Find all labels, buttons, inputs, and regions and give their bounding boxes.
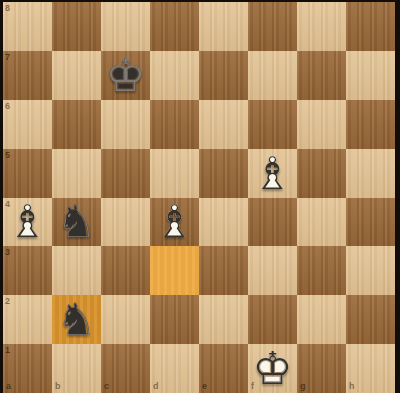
- square-h8[interactable]: [346, 2, 395, 51]
- file-label-c: c: [104, 382, 109, 391]
- square-h1[interactable]: h: [346, 344, 395, 393]
- square-h3[interactable]: [346, 246, 395, 295]
- square-g6[interactable]: [297, 100, 346, 149]
- black-knight[interactable]: ♞♘: [52, 198, 101, 247]
- square-b7[interactable]: [52, 51, 101, 100]
- square-g7[interactable]: [297, 51, 346, 100]
- square-f1[interactable]: f♚♔: [248, 344, 297, 393]
- square-d6[interactable]: [150, 100, 199, 149]
- square-a1[interactable]: 1a: [3, 344, 52, 393]
- file-label-e: e: [202, 382, 207, 391]
- square-d1[interactable]: d: [150, 344, 199, 393]
- black-knight[interactable]: ♞♘: [52, 295, 101, 344]
- file-label-h: h: [349, 382, 355, 391]
- square-e1[interactable]: e: [199, 344, 248, 393]
- square-d3[interactable]: [150, 246, 199, 295]
- rank-label-3: 3: [5, 248, 10, 257]
- square-b4[interactable]: ♞♘: [52, 198, 101, 247]
- square-e2[interactable]: [199, 295, 248, 344]
- file-label-d: d: [153, 382, 159, 391]
- square-h2[interactable]: [346, 295, 395, 344]
- square-c3[interactable]: [101, 246, 150, 295]
- square-c1[interactable]: c: [101, 344, 150, 393]
- square-c6[interactable]: [101, 100, 150, 149]
- rank-label-5: 5: [5, 151, 10, 160]
- square-g5[interactable]: [297, 149, 346, 198]
- square-f8[interactable]: [248, 2, 297, 51]
- square-a2[interactable]: 2: [3, 295, 52, 344]
- square-g8[interactable]: [297, 2, 346, 51]
- file-label-b: b: [55, 382, 61, 391]
- white-bishop[interactable]: ♝♗: [150, 198, 199, 247]
- square-e3[interactable]: [199, 246, 248, 295]
- rank-label-1: 1: [5, 346, 10, 355]
- square-f7[interactable]: [248, 51, 297, 100]
- square-d2[interactable]: [150, 295, 199, 344]
- square-e4[interactable]: [199, 198, 248, 247]
- square-g1[interactable]: g: [297, 344, 346, 393]
- square-b2[interactable]: ♞♘: [52, 295, 101, 344]
- square-e5[interactable]: [199, 149, 248, 198]
- rank-label-6: 6: [5, 102, 10, 111]
- square-c7[interactable]: ♚♔: [101, 51, 150, 100]
- square-f4[interactable]: [248, 198, 297, 247]
- square-b3[interactable]: [52, 246, 101, 295]
- square-f5[interactable]: ♝♗: [248, 149, 297, 198]
- square-h4[interactable]: [346, 198, 395, 247]
- square-b5[interactable]: [52, 149, 101, 198]
- file-label-a: a: [6, 382, 11, 391]
- square-f6[interactable]: [248, 100, 297, 149]
- square-d8[interactable]: [150, 2, 199, 51]
- square-a6[interactable]: 6: [3, 100, 52, 149]
- square-d4[interactable]: ♝♗: [150, 198, 199, 247]
- square-g4[interactable]: [297, 198, 346, 247]
- file-label-g: g: [300, 382, 306, 391]
- square-a4[interactable]: 4♝♗: [3, 198, 52, 247]
- square-e8[interactable]: [199, 2, 248, 51]
- square-a3[interactable]: 3: [3, 246, 52, 295]
- rank-label-7: 7: [5, 53, 10, 62]
- square-g2[interactable]: [297, 295, 346, 344]
- rank-label-2: 2: [5, 297, 10, 306]
- black-king[interactable]: ♚♔: [101, 51, 150, 100]
- square-a7[interactable]: 7: [3, 51, 52, 100]
- square-c2[interactable]: [101, 295, 150, 344]
- square-c4[interactable]: [101, 198, 150, 247]
- board-frame: 87♚♔65♝♗4♝♗♞♘♝♗32♞♘1abcdef♚♔gh: [0, 0, 400, 393]
- square-b8[interactable]: [52, 2, 101, 51]
- square-h6[interactable]: [346, 100, 395, 149]
- square-f2[interactable]: [248, 295, 297, 344]
- square-g3[interactable]: [297, 246, 346, 295]
- square-b1[interactable]: b: [52, 344, 101, 393]
- chess-board: 87♚♔65♝♗4♝♗♞♘♝♗32♞♘1abcdef♚♔gh: [3, 2, 395, 393]
- square-h5[interactable]: [346, 149, 395, 198]
- square-c5[interactable]: [101, 149, 150, 198]
- white-bishop[interactable]: ♝♗: [3, 198, 52, 247]
- square-d5[interactable]: [150, 149, 199, 198]
- white-king[interactable]: ♚♔: [248, 344, 297, 393]
- rank-label-8: 8: [5, 4, 10, 13]
- square-e6[interactable]: [199, 100, 248, 149]
- square-a5[interactable]: 5: [3, 149, 52, 198]
- square-e7[interactable]: [199, 51, 248, 100]
- square-d7[interactable]: [150, 51, 199, 100]
- square-b6[interactable]: [52, 100, 101, 149]
- square-a8[interactable]: 8: [3, 2, 52, 51]
- square-h7[interactable]: [346, 51, 395, 100]
- white-bishop[interactable]: ♝♗: [248, 149, 297, 198]
- square-c8[interactable]: [101, 2, 150, 51]
- square-f3[interactable]: [248, 246, 297, 295]
